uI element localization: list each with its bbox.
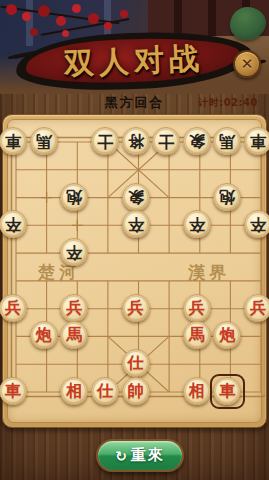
piece-character: 相 bbox=[66, 383, 82, 399]
board-frame: 楚河 漢界 車馬士将士象馬車炮象炮卒卒卒卒卒兵兵兵兵兵炮馬馬炮仕車相仕帥相車 bbox=[2, 114, 267, 428]
restart-button[interactable]: ↻ 重來 bbox=[96, 439, 184, 472]
xiangqi-piece-red-elephant[interactable]: 相 bbox=[60, 377, 88, 405]
plum-blossom-icon bbox=[56, 16, 66, 26]
piece-character: 車 bbox=[219, 383, 235, 399]
xiangqi-piece-black-chariot[interactable]: 車 bbox=[244, 127, 269, 155]
piece-character: 兵 bbox=[66, 300, 82, 316]
xiangqi-piece-black-soldier[interactable]: 卒 bbox=[244, 210, 269, 238]
plum-blossom-icon bbox=[6, 4, 17, 15]
piece-character: 兵 bbox=[250, 300, 266, 316]
xiangqi-piece-black-cannon[interactable]: 炮 bbox=[213, 183, 241, 211]
xiangqi-piece-red-soldier[interactable]: 兵 bbox=[122, 294, 150, 322]
xiangqi-piece-black-soldier[interactable]: 卒 bbox=[183, 210, 211, 238]
piece-character: 車 bbox=[5, 133, 21, 149]
xiangqi-piece-red-chariot[interactable]: 車 bbox=[0, 377, 27, 405]
piece-character: 兵 bbox=[5, 300, 21, 316]
xiangqi-piece-red-soldier[interactable]: 兵 bbox=[244, 294, 269, 322]
piece-character: 炮 bbox=[219, 189, 235, 205]
piece-character: 相 bbox=[189, 383, 205, 399]
piece-character: 車 bbox=[250, 133, 266, 149]
title-banner: 双人对战 bbox=[15, 28, 253, 94]
piece-character: 卒 bbox=[5, 216, 21, 232]
xiangqi-piece-black-advisor[interactable]: 士 bbox=[152, 127, 180, 155]
xiangqi-piece-red-elephant[interactable]: 相 bbox=[183, 377, 211, 405]
plum-blossom-icon bbox=[120, 10, 128, 18]
piece-character: 卒 bbox=[189, 216, 205, 232]
piece-character: 馬 bbox=[189, 327, 205, 343]
xiangqi-piece-red-soldier[interactable]: 兵 bbox=[60, 294, 88, 322]
xiangqi-piece-red-advisor[interactable]: 仕 bbox=[122, 349, 150, 377]
xiangqi-piece-black-soldier[interactable]: 卒 bbox=[60, 238, 88, 266]
xiangqi-piece-red-general[interactable]: 帥 bbox=[122, 377, 150, 405]
piece-character: 炮 bbox=[66, 189, 82, 205]
piece-character: 象 bbox=[128, 189, 144, 205]
xiangqi-piece-red-soldier[interactable]: 兵 bbox=[183, 294, 211, 322]
xiangqi-piece-red-cannon[interactable]: 炮 bbox=[213, 321, 241, 349]
game-mode-title: 双人对战 bbox=[15, 28, 253, 94]
piece-character: 兵 bbox=[128, 300, 144, 316]
piece-character: 馬 bbox=[36, 133, 52, 149]
xiangqi-piece-black-advisor[interactable]: 士 bbox=[91, 127, 119, 155]
pieces-layer: 車馬士将士象馬車炮象炮卒卒卒卒卒兵兵兵兵兵炮馬馬炮仕車相仕帥相車 bbox=[3, 115, 266, 427]
piece-character: 士 bbox=[97, 133, 113, 149]
piece-character: 卒 bbox=[250, 216, 266, 232]
piece-character: 馬 bbox=[219, 133, 235, 149]
xiangqi-piece-black-general[interactable]: 将 bbox=[122, 127, 150, 155]
piece-character: 象 bbox=[189, 133, 205, 149]
piece-character: 仕 bbox=[128, 355, 144, 371]
close-icon: ✕ bbox=[241, 57, 254, 72]
xiangqi-piece-red-cannon[interactable]: 炮 bbox=[30, 321, 58, 349]
piece-character: 馬 bbox=[66, 327, 82, 343]
plum-blossom-icon bbox=[30, 28, 38, 36]
plum-blossom-icon bbox=[38, 5, 50, 17]
piece-character: 車 bbox=[5, 383, 21, 399]
piece-character: 帥 bbox=[128, 383, 144, 399]
xiangqi-piece-red-soldier[interactable]: 兵 bbox=[0, 294, 27, 322]
xiangqi-piece-red-advisor[interactable]: 仕 bbox=[91, 377, 119, 405]
piece-character: 将 bbox=[128, 133, 144, 149]
plum-blossom-icon bbox=[104, 22, 112, 30]
plum-blossom-icon bbox=[22, 12, 31, 21]
piece-character: 仕 bbox=[97, 383, 113, 399]
xiangqi-piece-black-chariot[interactable]: 車 bbox=[0, 127, 27, 155]
close-button[interactable]: ✕ bbox=[233, 50, 261, 78]
xiangqi-piece-red-horse[interactable]: 馬 bbox=[183, 321, 211, 349]
xiangqi-piece-black-soldier[interactable]: 卒 bbox=[0, 210, 27, 238]
plum-blossom-icon bbox=[88, 13, 99, 24]
xiangqi-piece-red-horse[interactable]: 馬 bbox=[60, 321, 88, 349]
xiangqi-piece-black-elephant[interactable]: 象 bbox=[122, 183, 150, 211]
xiangqi-piece-black-horse[interactable]: 馬 bbox=[213, 127, 241, 155]
xiangqi-piece-black-soldier[interactable]: 卒 bbox=[122, 210, 150, 238]
restart-icon: ↻ bbox=[115, 448, 127, 464]
piece-character: 卒 bbox=[66, 244, 82, 260]
piece-character: 士 bbox=[158, 133, 174, 149]
piece-character: 卒 bbox=[128, 216, 144, 232]
xiangqi-piece-black-cannon[interactable]: 炮 bbox=[60, 183, 88, 211]
plum-blossom-icon bbox=[72, 4, 81, 13]
piece-character: 兵 bbox=[189, 300, 205, 316]
piece-character: 炮 bbox=[219, 327, 235, 343]
xiangqi-piece-black-horse[interactable]: 馬 bbox=[30, 127, 58, 155]
xiangqi-piece-black-elephant[interactable]: 象 bbox=[183, 127, 211, 155]
piece-character: 炮 bbox=[36, 327, 52, 343]
timer-label: 计时:02:40 bbox=[198, 96, 258, 110]
xiangqi-game-screen: 双人对战 ✕ 黑方回合 计时:02:40 楚河 漢界 車馬士将士象馬車炮象炮卒卒… bbox=[0, 0, 269, 480]
restart-label: 重來 bbox=[131, 446, 165, 465]
